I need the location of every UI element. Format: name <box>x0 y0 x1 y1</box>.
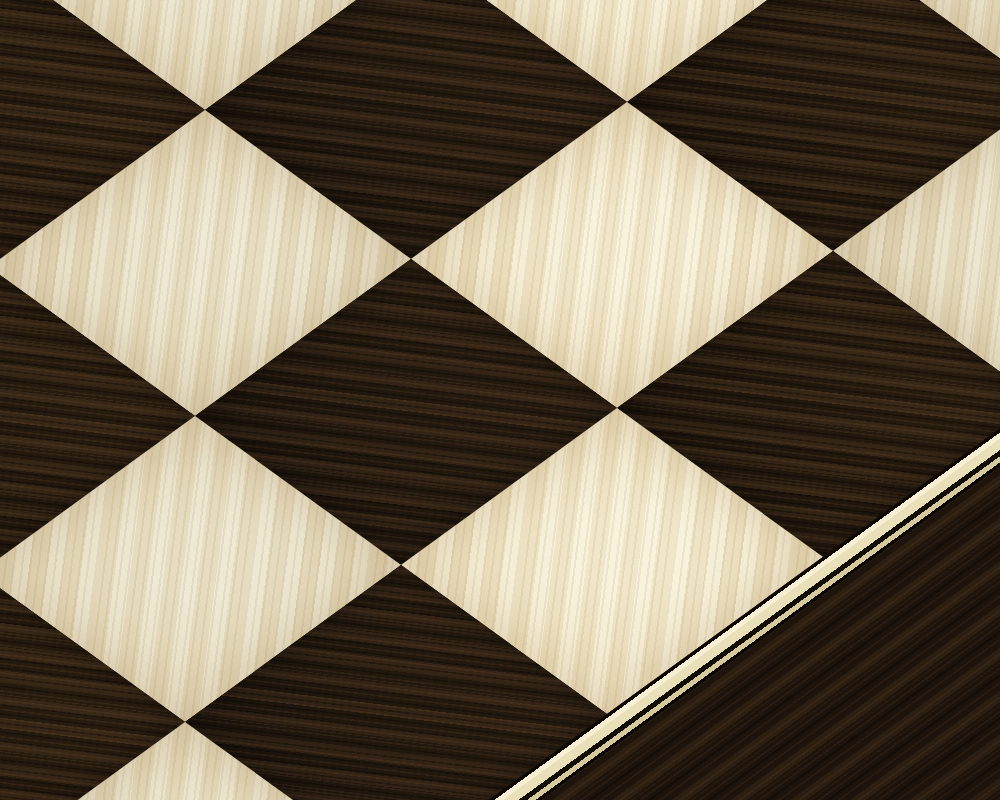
chessboard-photo <box>0 0 1000 800</box>
